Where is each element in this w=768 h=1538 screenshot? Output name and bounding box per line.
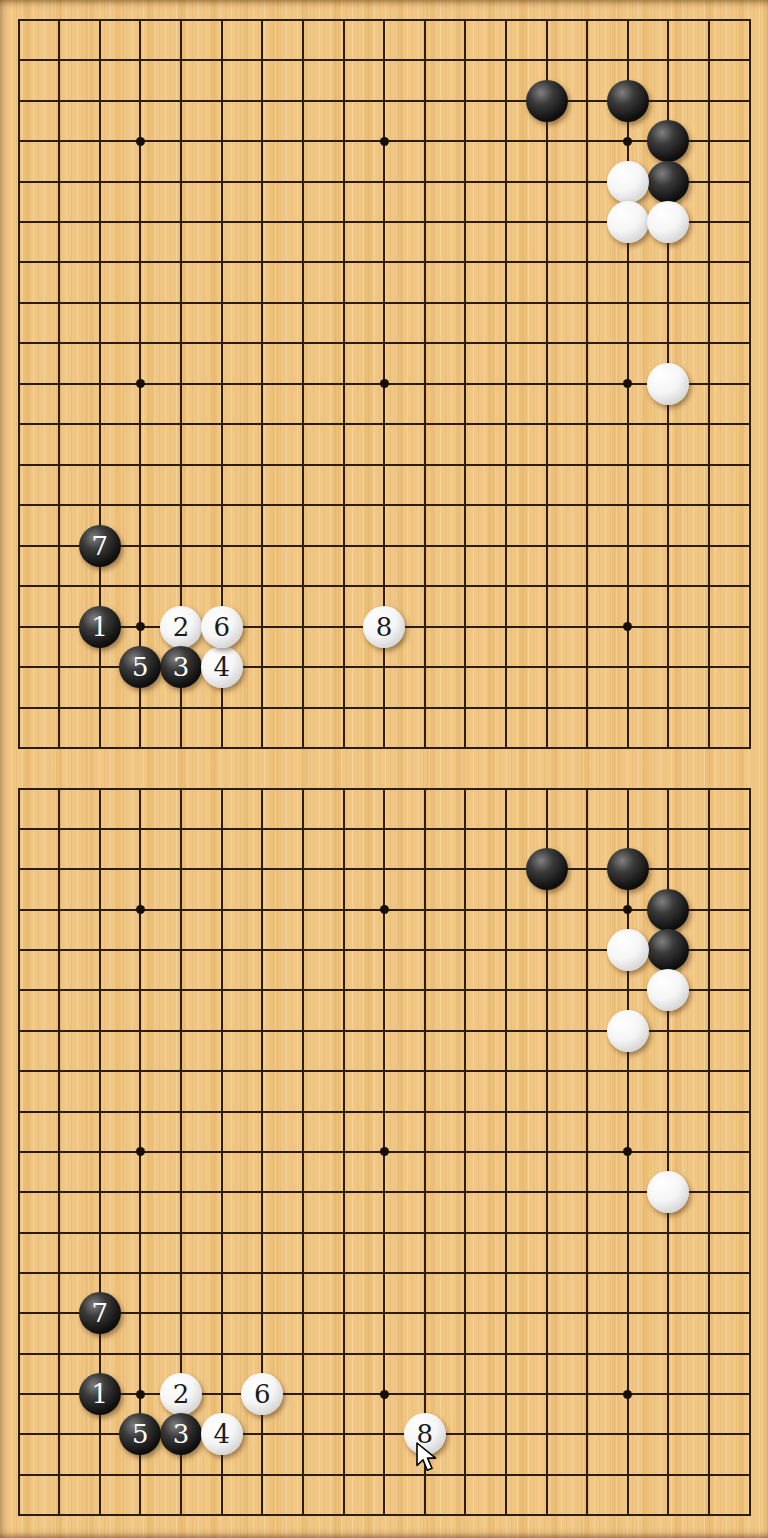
black-stone [647, 929, 689, 971]
grid-line-horizontal [18, 1312, 751, 1314]
star-point [380, 905, 389, 914]
grid-line-horizontal [18, 1272, 751, 1274]
white-stone [647, 1171, 689, 1213]
stone-move-number: 6 [254, 1381, 271, 1407]
white-stone-move-4: 4 [201, 1413, 243, 1455]
grid-line-vertical [749, 788, 751, 1517]
white-stone [607, 929, 649, 971]
black-stone-move-5: 5 [119, 1413, 161, 1455]
star-point [380, 1390, 389, 1399]
go-board-bottom[interactable]: 12345678 [0, 0, 768, 1538]
grid-line-vertical [586, 788, 588, 1517]
black-stone [607, 848, 649, 890]
stone-move-number: 7 [92, 1300, 109, 1326]
black-stone-move-1: 1 [79, 1373, 121, 1415]
grid-line-vertical [546, 788, 548, 1517]
star-point [623, 905, 632, 914]
stone-move-number: 5 [132, 1421, 149, 1447]
star-point [380, 1147, 389, 1156]
star-point [623, 1390, 632, 1399]
go-app-screen: 12345678 12345678 [0, 0, 768, 1538]
mouse-cursor-icon [416, 1442, 439, 1474]
grid-line-vertical [424, 788, 426, 1517]
black-stone [647, 889, 689, 931]
white-stone-move-6: 6 [241, 1373, 283, 1415]
star-point [136, 905, 145, 914]
star-point [136, 1390, 145, 1399]
grid-line-horizontal [18, 1353, 751, 1355]
grid-line-horizontal [18, 1474, 751, 1476]
white-stone [647, 969, 689, 1011]
grid-line-horizontal [18, 1514, 751, 1516]
black-stone [526, 848, 568, 890]
stone-move-number: 2 [173, 1381, 190, 1407]
black-stone-move-7: 7 [79, 1292, 121, 1334]
grid-line-vertical [505, 788, 507, 1517]
white-stone-move-2: 2 [160, 1373, 202, 1415]
grid-line-horizontal [18, 1191, 751, 1193]
black-stone-move-3: 3 [160, 1413, 202, 1455]
grid-line-vertical [708, 788, 710, 1517]
white-stone [607, 1010, 649, 1052]
stone-move-number: 1 [92, 1381, 109, 1407]
star-point [623, 1147, 632, 1156]
grid-line-horizontal [18, 1232, 751, 1234]
star-point [136, 1147, 145, 1156]
stone-move-number: 4 [213, 1421, 230, 1447]
grid-line-vertical [464, 788, 466, 1517]
stone-move-number: 3 [173, 1421, 190, 1447]
